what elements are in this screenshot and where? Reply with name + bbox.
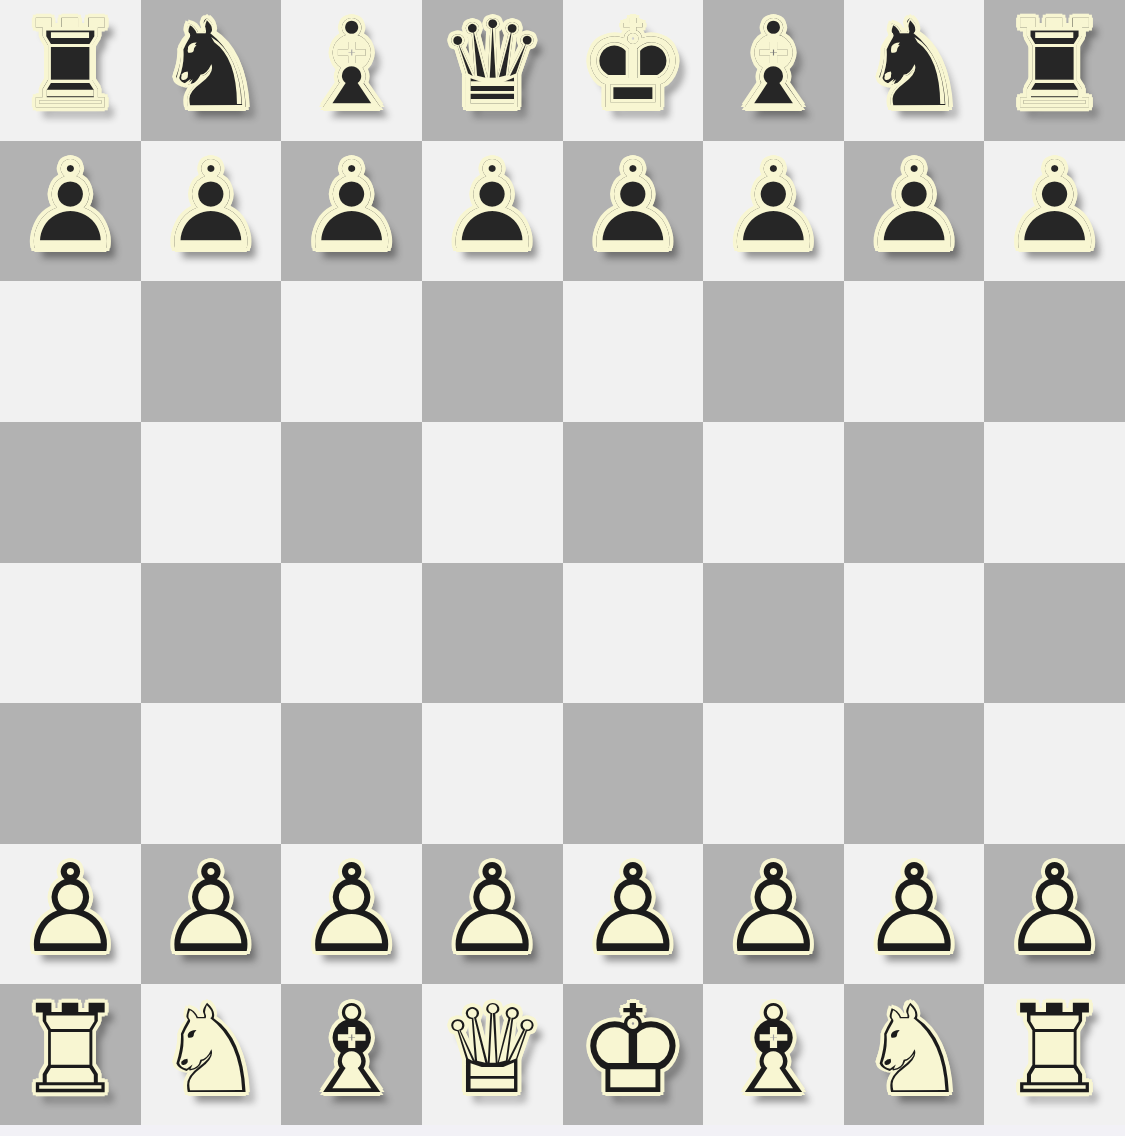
square-d7[interactable]: ♟♙ xyxy=(422,141,563,282)
square-e3[interactable] xyxy=(563,703,704,844)
piece-glyph-detail: ♕ xyxy=(438,989,547,1111)
square-c2[interactable]: ♟♙ xyxy=(281,844,422,985)
square-c3[interactable] xyxy=(281,703,422,844)
piece-glyph-detail: ♙ xyxy=(16,848,125,970)
square-g3[interactable] xyxy=(844,703,985,844)
piece-white-rook[interactable]: ♜♖ xyxy=(0,984,141,1125)
piece-glyph-detail: ♙ xyxy=(719,145,828,267)
square-a7[interactable]: ♟♙ xyxy=(0,141,141,282)
square-f8[interactable]: ♝♗ xyxy=(703,0,844,141)
square-h3[interactable] xyxy=(984,703,1125,844)
square-b4[interactable] xyxy=(141,563,282,704)
square-g5[interactable] xyxy=(844,422,985,563)
page-background-strip xyxy=(0,1125,1125,1136)
piece-glyph-detail: ♙ xyxy=(859,145,968,267)
piece-black-pawn[interactable]: ♟♙ xyxy=(281,141,422,282)
piece-white-pawn[interactable]: ♟♙ xyxy=(141,844,282,985)
piece-glyph-detail: ♙ xyxy=(297,848,406,970)
square-e5[interactable] xyxy=(563,422,704,563)
square-d2[interactable]: ♟♙ xyxy=(422,844,563,985)
square-d6[interactable] xyxy=(422,281,563,422)
piece-glyph-detail: ♔ xyxy=(578,4,687,126)
square-e8[interactable]: ♚♔ xyxy=(563,0,704,141)
square-d4[interactable] xyxy=(422,563,563,704)
square-f3[interactable] xyxy=(703,703,844,844)
square-f5[interactable] xyxy=(703,422,844,563)
piece-black-pawn[interactable]: ♟♙ xyxy=(844,141,985,282)
piece-glyph-detail: ♗ xyxy=(297,989,406,1111)
piece-black-knight[interactable]: ♞♘ xyxy=(844,0,985,141)
square-b3[interactable] xyxy=(141,703,282,844)
square-h4[interactable] xyxy=(984,563,1125,704)
square-a6[interactable] xyxy=(0,281,141,422)
square-h8[interactable]: ♜♖ xyxy=(984,0,1125,141)
square-d3[interactable] xyxy=(422,703,563,844)
piece-white-pawn[interactable]: ♟♙ xyxy=(984,844,1125,985)
piece-white-pawn[interactable]: ♟♙ xyxy=(422,844,563,985)
square-f1[interactable]: ♝♗ xyxy=(703,984,844,1125)
square-d1[interactable]: ♛♕ xyxy=(422,984,563,1125)
square-c4[interactable] xyxy=(281,563,422,704)
piece-glyph-detail: ♙ xyxy=(859,848,968,970)
square-e4[interactable] xyxy=(563,563,704,704)
piece-white-pawn[interactable]: ♟♙ xyxy=(281,844,422,985)
piece-glyph-detail: ♗ xyxy=(719,989,828,1111)
piece-white-knight[interactable]: ♞♘ xyxy=(844,984,985,1125)
square-h1[interactable]: ♜♖ xyxy=(984,984,1125,1125)
piece-glyph-detail: ♙ xyxy=(156,848,265,970)
piece-black-bishop[interactable]: ♝♗ xyxy=(703,0,844,141)
square-a2[interactable]: ♟♙ xyxy=(0,844,141,985)
square-f2[interactable]: ♟♙ xyxy=(703,844,844,985)
square-f7[interactable]: ♟♙ xyxy=(703,141,844,282)
piece-glyph-detail: ♗ xyxy=(719,4,828,126)
piece-white-queen[interactable]: ♛♕ xyxy=(422,984,563,1125)
square-f6[interactable] xyxy=(703,281,844,422)
piece-black-pawn[interactable]: ♟♙ xyxy=(422,141,563,282)
piece-glyph-detail: ♖ xyxy=(1000,4,1109,126)
square-a1[interactable]: ♜♖ xyxy=(0,984,141,1125)
piece-black-pawn[interactable]: ♟♙ xyxy=(141,141,282,282)
square-b7[interactable]: ♟♙ xyxy=(141,141,282,282)
square-b6[interactable] xyxy=(141,281,282,422)
piece-glyph-detail: ♘ xyxy=(859,989,968,1111)
piece-glyph-detail: ♘ xyxy=(156,4,265,126)
square-c5[interactable] xyxy=(281,422,422,563)
piece-glyph-detail: ♕ xyxy=(438,4,547,126)
piece-white-king[interactable]: ♚♔ xyxy=(563,984,704,1125)
piece-glyph-detail: ♙ xyxy=(719,848,828,970)
piece-white-bishop[interactable]: ♝♗ xyxy=(703,984,844,1125)
piece-glyph-detail: ♙ xyxy=(578,145,687,267)
piece-glyph-detail: ♙ xyxy=(16,145,125,267)
square-b1[interactable]: ♞♘ xyxy=(141,984,282,1125)
square-b8[interactable]: ♞♘ xyxy=(141,0,282,141)
piece-white-pawn[interactable]: ♟♙ xyxy=(0,844,141,985)
piece-black-pawn[interactable]: ♟♙ xyxy=(0,141,141,282)
square-d5[interactable] xyxy=(422,422,563,563)
square-f4[interactable] xyxy=(703,563,844,704)
piece-white-bishop[interactable]: ♝♗ xyxy=(281,984,422,1125)
square-b2[interactable]: ♟♙ xyxy=(141,844,282,985)
square-h2[interactable]: ♟♙ xyxy=(984,844,1125,985)
piece-white-pawn[interactable]: ♟♙ xyxy=(844,844,985,985)
piece-white-pawn[interactable]: ♟♙ xyxy=(703,844,844,985)
piece-glyph-detail: ♙ xyxy=(297,145,406,267)
piece-white-rook[interactable]: ♜♖ xyxy=(984,984,1125,1125)
square-c7[interactable]: ♟♙ xyxy=(281,141,422,282)
square-e1[interactable]: ♚♔ xyxy=(563,984,704,1125)
square-e6[interactable] xyxy=(563,281,704,422)
piece-white-knight[interactable]: ♞♘ xyxy=(141,984,282,1125)
square-g4[interactable] xyxy=(844,563,985,704)
piece-glyph-detail: ♖ xyxy=(16,4,125,126)
piece-glyph-detail: ♙ xyxy=(1000,848,1109,970)
square-g1[interactable]: ♞♘ xyxy=(844,984,985,1125)
piece-black-pawn[interactable]: ♟♙ xyxy=(984,141,1125,282)
piece-glyph-detail: ♗ xyxy=(297,4,406,126)
chess-board: ♜♖♞♘♝♗♛♕♚♔♝♗♞♘♜♖♟♙♟♙♟♙♟♙♟♙♟♙♟♙♟♙♟♙♟♙♟♙♟♙… xyxy=(0,0,1125,1125)
piece-black-rook[interactable]: ♜♖ xyxy=(984,0,1125,141)
piece-glyph-detail: ♙ xyxy=(438,848,547,970)
square-e2[interactable]: ♟♙ xyxy=(563,844,704,985)
square-g8[interactable]: ♞♘ xyxy=(844,0,985,141)
piece-black-pawn[interactable]: ♟♙ xyxy=(563,141,704,282)
square-g6[interactable] xyxy=(844,281,985,422)
square-c1[interactable]: ♝♗ xyxy=(281,984,422,1125)
square-a5[interactable] xyxy=(0,422,141,563)
piece-black-pawn[interactable]: ♟♙ xyxy=(703,141,844,282)
square-a8[interactable]: ♜♖ xyxy=(0,0,141,141)
piece-black-queen[interactable]: ♛♕ xyxy=(422,0,563,141)
piece-black-king[interactable]: ♚♔ xyxy=(563,0,704,141)
square-d8[interactable]: ♛♕ xyxy=(422,0,563,141)
piece-black-knight[interactable]: ♞♘ xyxy=(141,0,282,141)
piece-glyph-detail: ♘ xyxy=(156,989,265,1111)
square-a3[interactable] xyxy=(0,703,141,844)
piece-glyph-detail: ♖ xyxy=(16,989,125,1111)
piece-white-pawn[interactable]: ♟♙ xyxy=(563,844,704,985)
square-h5[interactable] xyxy=(984,422,1125,563)
square-h6[interactable] xyxy=(984,281,1125,422)
piece-glyph-detail: ♘ xyxy=(859,4,968,126)
square-e7[interactable]: ♟♙ xyxy=(563,141,704,282)
page: ♜♖♞♘♝♗♛♕♚♔♝♗♞♘♜♖♟♙♟♙♟♙♟♙♟♙♟♙♟♙♟♙♟♙♟♙♟♙♟♙… xyxy=(0,0,1125,1136)
square-a4[interactable] xyxy=(0,563,141,704)
piece-glyph-detail: ♔ xyxy=(578,989,687,1111)
piece-glyph-detail: ♖ xyxy=(1000,989,1109,1111)
piece-black-bishop[interactable]: ♝♗ xyxy=(281,0,422,141)
square-c8[interactable]: ♝♗ xyxy=(281,0,422,141)
piece-glyph-detail: ♙ xyxy=(156,145,265,267)
square-h7[interactable]: ♟♙ xyxy=(984,141,1125,282)
square-g2[interactable]: ♟♙ xyxy=(844,844,985,985)
piece-glyph-detail: ♙ xyxy=(1000,145,1109,267)
piece-glyph-detail: ♙ xyxy=(578,848,687,970)
square-g7[interactable]: ♟♙ xyxy=(844,141,985,282)
piece-glyph-detail: ♙ xyxy=(438,145,547,267)
square-b5[interactable] xyxy=(141,422,282,563)
piece-black-rook[interactable]: ♜♖ xyxy=(0,0,141,141)
square-c6[interactable] xyxy=(281,281,422,422)
